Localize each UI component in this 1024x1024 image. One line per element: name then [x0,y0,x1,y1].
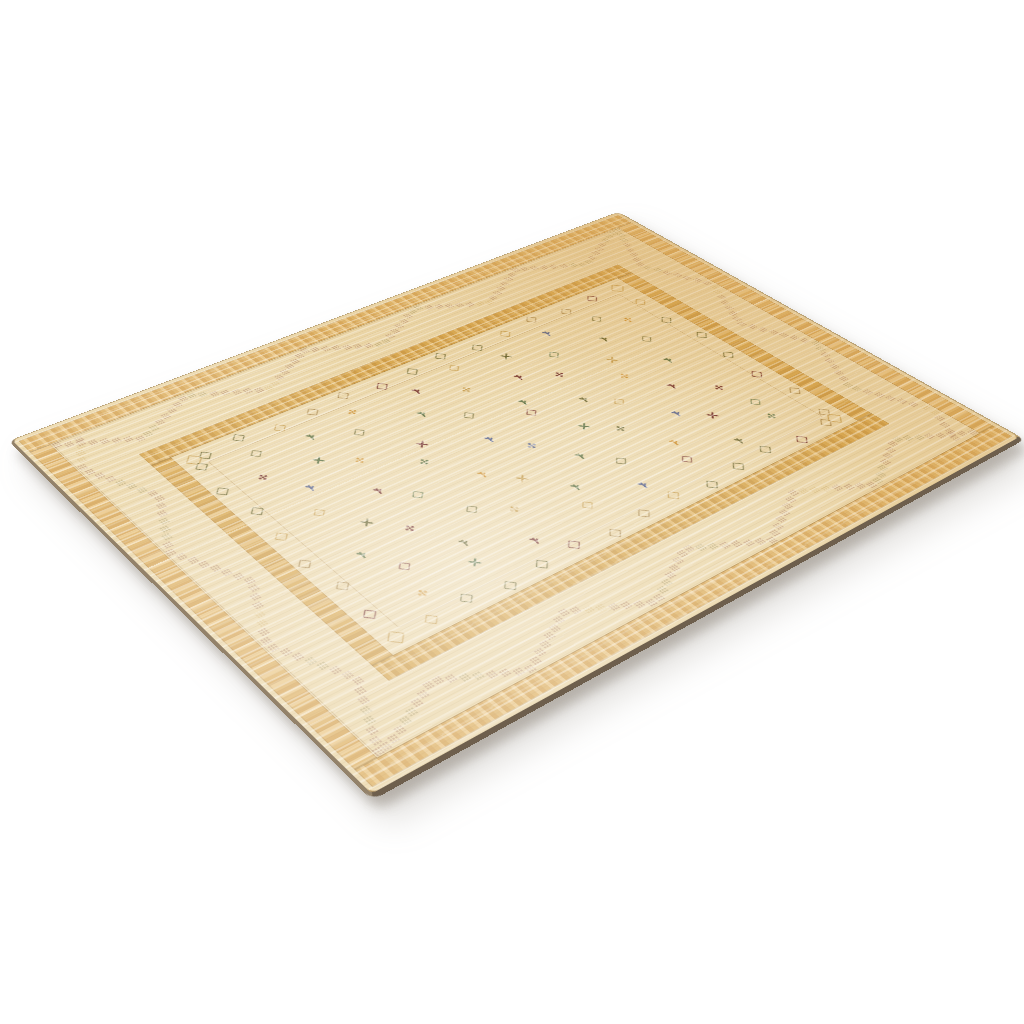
border-diamond [587,296,596,302]
product-photo-scene [0,0,1024,1024]
border-diamond [752,371,763,377]
border-diamond [363,610,376,619]
field-motif-diamond [526,409,536,415]
corner-diamond [186,455,202,464]
field-motif-diamond [413,491,424,498]
rug [8,212,1024,801]
field-motif-diamond [582,501,592,508]
corner-diamond [827,414,842,423]
border-diamond [789,387,800,394]
border-diamond [723,352,733,358]
field-motif-diamond [467,505,478,512]
border-diamond [460,594,473,603]
border-diamond [662,317,672,323]
rug-pattern-layer [12,212,1019,793]
border-diamond [760,446,771,453]
border-diamond [733,463,744,470]
border-diamond [697,332,707,338]
border-diamond [610,529,621,537]
border-diamond [435,353,446,359]
field-motif-diamond [450,365,460,371]
border-diamond [338,392,349,399]
field-motif-diamond [313,509,324,516]
border-diamond [377,383,388,390]
border-diamond [274,424,286,431]
border-diamond [336,581,349,590]
field-motif-diamond [617,458,627,465]
field-motif-diamond [251,450,262,457]
border-diamond [568,541,580,549]
border-diamond [251,507,264,515]
border-diamond [706,481,717,489]
border-diamond [500,331,510,337]
border-diamond [407,368,418,374]
field-motif-diamond [682,456,692,463]
field-motif-diamond [549,352,558,358]
field-motif-diamond [642,336,651,341]
border-diamond [536,560,548,569]
field-motif-diamond [354,429,365,435]
border-diamond [233,434,245,441]
border-diamond [526,317,536,323]
border-diamond [425,615,438,624]
border-diamond [307,409,319,416]
border-diamond [561,309,571,315]
border-diamond [668,491,679,499]
border-diamond [638,509,649,517]
field-motif-diamond [615,399,624,405]
field-motif-diamond [751,399,761,405]
corner-diamond [612,285,624,292]
border-diamond [216,487,229,495]
border-diamond [796,436,807,443]
field-motif-diamond [464,412,474,418]
border-diamond [636,299,645,305]
border-diamond [504,581,516,590]
border-diamond [275,533,288,541]
field-motif-diamond [399,562,410,570]
rug-shadow [0,0,1024,1024]
border-diamond [298,560,311,569]
border-diamond [472,345,482,351]
corner-diamond [387,631,404,643]
